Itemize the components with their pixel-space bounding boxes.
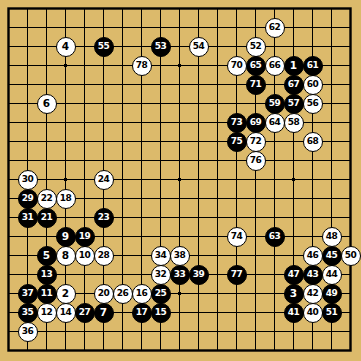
stone-black-17: 17 xyxy=(132,303,152,323)
stone-black-35: 35 xyxy=(18,303,38,323)
stone-white-64: 64 xyxy=(265,113,285,133)
stone-black-11: 11 xyxy=(37,284,57,304)
stone-white-70: 70 xyxy=(227,56,247,76)
stones-layer: 1234567891011121314151617181920212223242… xyxy=(0,0,361,361)
stone-white-12: 12 xyxy=(37,303,57,323)
stone-white-68: 68 xyxy=(303,132,323,152)
stone-black-43: 43 xyxy=(303,265,323,285)
stone-white-22: 22 xyxy=(37,189,57,209)
stone-black-37: 37 xyxy=(18,284,38,304)
stone-black-7: 7 xyxy=(94,303,114,323)
stone-white-38: 38 xyxy=(170,246,190,266)
stone-black-39: 39 xyxy=(189,265,209,285)
stone-white-28: 28 xyxy=(94,246,114,266)
stone-white-4: 4 xyxy=(56,37,76,57)
stone-white-56: 56 xyxy=(303,94,323,114)
stone-black-31: 31 xyxy=(18,208,38,228)
stone-black-61: 61 xyxy=(303,56,323,76)
stone-black-73: 73 xyxy=(227,113,247,133)
stone-white-10: 10 xyxy=(75,246,95,266)
stone-black-1: 1 xyxy=(284,56,304,76)
stone-white-72: 72 xyxy=(246,132,266,152)
stone-black-53: 53 xyxy=(151,37,171,57)
stone-white-20: 20 xyxy=(94,284,114,304)
stone-black-51: 51 xyxy=(322,303,342,323)
stone-white-2: 2 xyxy=(56,284,76,304)
stone-white-62: 62 xyxy=(265,18,285,38)
stone-white-66: 66 xyxy=(265,56,285,76)
stone-white-60: 60 xyxy=(303,75,323,95)
stone-black-47: 47 xyxy=(284,265,304,285)
stone-black-59: 59 xyxy=(265,94,285,114)
stone-white-74: 74 xyxy=(227,227,247,247)
go-board: 1234567891011121314151617181920212223242… xyxy=(0,0,361,361)
stone-white-24: 24 xyxy=(94,170,114,190)
stone-black-67: 67 xyxy=(284,75,304,95)
stone-white-18: 18 xyxy=(56,189,76,209)
stone-white-32: 32 xyxy=(151,265,171,285)
stone-white-16: 16 xyxy=(132,284,152,304)
stone-white-58: 58 xyxy=(284,113,304,133)
stone-white-8: 8 xyxy=(56,246,76,266)
stone-black-21: 21 xyxy=(37,208,57,228)
stone-white-78: 78 xyxy=(132,56,152,76)
stone-black-5: 5 xyxy=(37,246,57,266)
stone-black-13: 13 xyxy=(37,265,57,285)
stone-black-69: 69 xyxy=(246,113,266,133)
stone-black-25: 25 xyxy=(151,284,171,304)
stone-white-30: 30 xyxy=(18,170,38,190)
stone-black-45: 45 xyxy=(322,246,342,266)
stone-black-23: 23 xyxy=(94,208,114,228)
stone-white-44: 44 xyxy=(322,265,342,285)
stone-white-42: 42 xyxy=(303,284,323,304)
stone-white-40: 40 xyxy=(303,303,323,323)
stone-white-36: 36 xyxy=(18,322,38,342)
stone-white-76: 76 xyxy=(246,151,266,171)
stone-black-9: 9 xyxy=(56,227,76,247)
stone-black-75: 75 xyxy=(227,132,247,152)
stone-black-65: 65 xyxy=(246,56,266,76)
stone-black-15: 15 xyxy=(151,303,171,323)
stone-black-71: 71 xyxy=(246,75,266,95)
stone-black-33: 33 xyxy=(170,265,190,285)
stone-white-48: 48 xyxy=(322,227,342,247)
stone-black-29: 29 xyxy=(18,189,38,209)
stone-white-50: 50 xyxy=(341,246,361,266)
stone-white-34: 34 xyxy=(151,246,171,266)
stone-black-41: 41 xyxy=(284,303,304,323)
stone-black-49: 49 xyxy=(322,284,342,304)
stone-white-6: 6 xyxy=(37,94,57,114)
stone-black-27: 27 xyxy=(75,303,95,323)
stone-black-57: 57 xyxy=(284,94,304,114)
stone-black-3: 3 xyxy=(284,284,304,304)
stone-white-14: 14 xyxy=(56,303,76,323)
stone-black-19: 19 xyxy=(75,227,95,247)
stone-white-54: 54 xyxy=(189,37,209,57)
stone-black-55: 55 xyxy=(94,37,114,57)
stone-white-26: 26 xyxy=(113,284,133,304)
stone-white-46: 46 xyxy=(303,246,323,266)
stone-black-77: 77 xyxy=(227,265,247,285)
stone-white-52: 52 xyxy=(246,37,266,57)
stone-black-63: 63 xyxy=(265,227,285,247)
